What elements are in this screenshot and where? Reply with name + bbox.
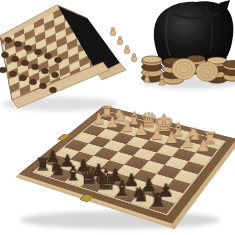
square-e8: ♚	[97, 182, 123, 197]
flat-checker-disc	[172, 59, 196, 80]
square-h3	[188, 153, 211, 166]
square-h1: ♜	[202, 137, 224, 149]
folded-board	[0, 5, 137, 108]
piece-black-rook-a8: ♜	[34, 156, 50, 174]
checker-stack	[223, 60, 235, 81]
chess-set-product-photo: Product photo of a wooden folding magnet…	[0, 0, 235, 235]
main-board-shadow	[20, 211, 220, 229]
flat-checker-disc	[196, 62, 218, 82]
checker-stack	[142, 56, 163, 82]
